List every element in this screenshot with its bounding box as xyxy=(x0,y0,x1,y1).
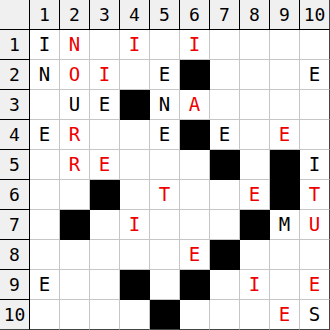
cell-r2c5[interactable]: E xyxy=(150,60,180,90)
cell-r10c1[interactable] xyxy=(30,300,60,330)
cell-r3c1[interactable] xyxy=(30,90,60,120)
row-header-10: 10 xyxy=(0,300,30,330)
cell-r9c2[interactable] xyxy=(60,270,90,300)
cell-r10c2[interactable] xyxy=(60,300,90,330)
cell-r4c8[interactable] xyxy=(240,120,270,150)
cell-r3c7[interactable] xyxy=(210,90,240,120)
cell-r2c4[interactable] xyxy=(120,60,150,90)
cell-r8c9[interactable] xyxy=(270,240,300,270)
cell-r1c4[interactable]: I xyxy=(120,30,150,60)
cell-r2c1[interactable]: N xyxy=(30,60,60,90)
cell-r1c8[interactable] xyxy=(240,30,270,60)
block-cell-r7c8 xyxy=(240,210,270,240)
block-cell-r2c6 xyxy=(180,60,210,90)
cell-r10c9[interactable]: E xyxy=(270,300,300,330)
cell-r4c7[interactable]: E xyxy=(210,120,240,150)
cell-r4c9[interactable]: E xyxy=(270,120,300,150)
cell-r10c4[interactable] xyxy=(120,300,150,330)
cell-r8c3[interactable] xyxy=(90,240,120,270)
cell-r6c7[interactable] xyxy=(210,180,240,210)
cell-r3c3[interactable]: E xyxy=(90,90,120,120)
cell-r2c9[interactable] xyxy=(270,60,300,90)
cell-r10c7[interactable] xyxy=(210,300,240,330)
cell-r5c10[interactable]: I xyxy=(300,150,330,180)
cell-r3c5[interactable]: N xyxy=(150,90,180,120)
col-header-9: 9 xyxy=(270,0,300,30)
col-header-2: 2 xyxy=(60,0,90,30)
cell-r6c5[interactable]: T xyxy=(150,180,180,210)
cell-r6c10[interactable]: T xyxy=(300,180,330,210)
block-cell-r7c2 xyxy=(60,210,90,240)
cell-r5c6[interactable] xyxy=(180,150,210,180)
cell-r1c6[interactable]: I xyxy=(180,30,210,60)
cell-r8c5[interactable] xyxy=(150,240,180,270)
cell-r3c2[interactable]: U xyxy=(60,90,90,120)
cell-r4c4[interactable] xyxy=(120,120,150,150)
cell-r1c10[interactable] xyxy=(300,30,330,60)
cell-r8c4[interactable] xyxy=(120,240,150,270)
cell-r10c8[interactable] xyxy=(240,300,270,330)
puzzle-board: 123456789101INII2NOIEE3UENA4EREEE5REI6TE… xyxy=(0,0,330,330)
cell-r4c3[interactable] xyxy=(90,120,120,150)
block-cell-r5c9 xyxy=(270,150,300,180)
row-header-8: 8 xyxy=(0,240,30,270)
block-cell-r6c9 xyxy=(270,180,300,210)
cell-r9c8[interactable]: I xyxy=(240,270,270,300)
cell-r8c8[interactable] xyxy=(240,240,270,270)
block-cell-r10c5 xyxy=(150,300,180,330)
cell-r7c10[interactable]: U xyxy=(300,210,330,240)
cell-r5c2[interactable]: R xyxy=(60,150,90,180)
block-cell-r6c3 xyxy=(90,180,120,210)
cell-r4c10[interactable] xyxy=(300,120,330,150)
cell-r6c4[interactable] xyxy=(120,180,150,210)
cell-r2c10[interactable]: E xyxy=(300,60,330,90)
cell-r9c10[interactable]: E xyxy=(300,270,330,300)
cell-r7c6[interactable] xyxy=(180,210,210,240)
cell-r5c1[interactable] xyxy=(30,150,60,180)
cell-r4c2[interactable]: R xyxy=(60,120,90,150)
row-header-3: 3 xyxy=(0,90,30,120)
row-header-1: 1 xyxy=(0,30,30,60)
cell-r6c8[interactable]: E xyxy=(240,180,270,210)
cell-r3c9[interactable] xyxy=(270,90,300,120)
cell-r3c6[interactable]: A xyxy=(180,90,210,120)
cell-r10c6[interactable] xyxy=(180,300,210,330)
cell-r8c6[interactable]: E xyxy=(180,240,210,270)
row-header-2: 2 xyxy=(0,60,30,90)
cell-r9c3[interactable] xyxy=(90,270,120,300)
cell-r3c8[interactable] xyxy=(240,90,270,120)
cell-r8c10[interactable] xyxy=(300,240,330,270)
col-header-4: 4 xyxy=(120,0,150,30)
cell-r1c5[interactable] xyxy=(150,30,180,60)
col-header-7: 7 xyxy=(210,0,240,30)
cell-r2c2[interactable]: O xyxy=(60,60,90,90)
cell-r1c7[interactable] xyxy=(210,30,240,60)
cell-r7c5[interactable] xyxy=(150,210,180,240)
cell-r8c1[interactable] xyxy=(30,240,60,270)
cell-r5c8[interactable] xyxy=(240,150,270,180)
cell-r10c3[interactable] xyxy=(90,300,120,330)
block-cell-r9c6 xyxy=(180,270,210,300)
row-header-4: 4 xyxy=(0,120,30,150)
cell-r7c9[interactable]: M xyxy=(270,210,300,240)
cell-r1c1[interactable]: I xyxy=(30,30,60,60)
cell-r9c5[interactable] xyxy=(150,270,180,300)
cell-r10c10[interactable]: S xyxy=(300,300,330,330)
cell-r4c1[interactable]: E xyxy=(30,120,60,150)
block-cell-r8c7 xyxy=(210,240,240,270)
cell-r9c7[interactable] xyxy=(210,270,240,300)
cell-r6c2[interactable] xyxy=(60,180,90,210)
col-header-8: 8 xyxy=(240,0,270,30)
cell-r2c8[interactable] xyxy=(240,60,270,90)
cell-r7c7[interactable] xyxy=(210,210,240,240)
cell-r7c4[interactable]: I xyxy=(120,210,150,240)
row-header-5: 5 xyxy=(0,150,30,180)
cell-r6c1[interactable] xyxy=(30,180,60,210)
cell-r2c7[interactable] xyxy=(210,60,240,90)
cell-r8c2[interactable] xyxy=(60,240,90,270)
cell-r9c9[interactable] xyxy=(270,270,300,300)
corner-cell xyxy=(0,0,30,30)
cell-r9c1[interactable]: E xyxy=(30,270,60,300)
block-cell-r9c4 xyxy=(120,270,150,300)
cell-r1c3[interactable] xyxy=(90,30,120,60)
cell-r5c5[interactable] xyxy=(150,150,180,180)
cell-r1c2[interactable]: N xyxy=(60,30,90,60)
cell-r4c5[interactable]: E xyxy=(150,120,180,150)
cell-r7c1[interactable] xyxy=(30,210,60,240)
col-header-1: 1 xyxy=(30,0,60,30)
cell-r2c3[interactable]: I xyxy=(90,60,120,90)
block-cell-r5c7 xyxy=(210,150,240,180)
col-header-3: 3 xyxy=(90,0,120,30)
block-cell-r4c6 xyxy=(180,120,210,150)
cell-r7c3[interactable] xyxy=(90,210,120,240)
cell-r3c10[interactable] xyxy=(300,90,330,120)
block-cell-r3c4 xyxy=(120,90,150,120)
row-header-6: 6 xyxy=(0,180,30,210)
cell-r5c4[interactable] xyxy=(120,150,150,180)
col-header-6: 6 xyxy=(180,0,210,30)
cell-r5c3[interactable]: E xyxy=(90,150,120,180)
col-header-10: 10 xyxy=(300,0,330,30)
cell-r6c6[interactable] xyxy=(180,180,210,210)
cell-r1c9[interactable] xyxy=(270,30,300,60)
row-header-7: 7 xyxy=(0,210,30,240)
col-header-5: 5 xyxy=(150,0,180,30)
row-header-9: 9 xyxy=(0,270,30,300)
